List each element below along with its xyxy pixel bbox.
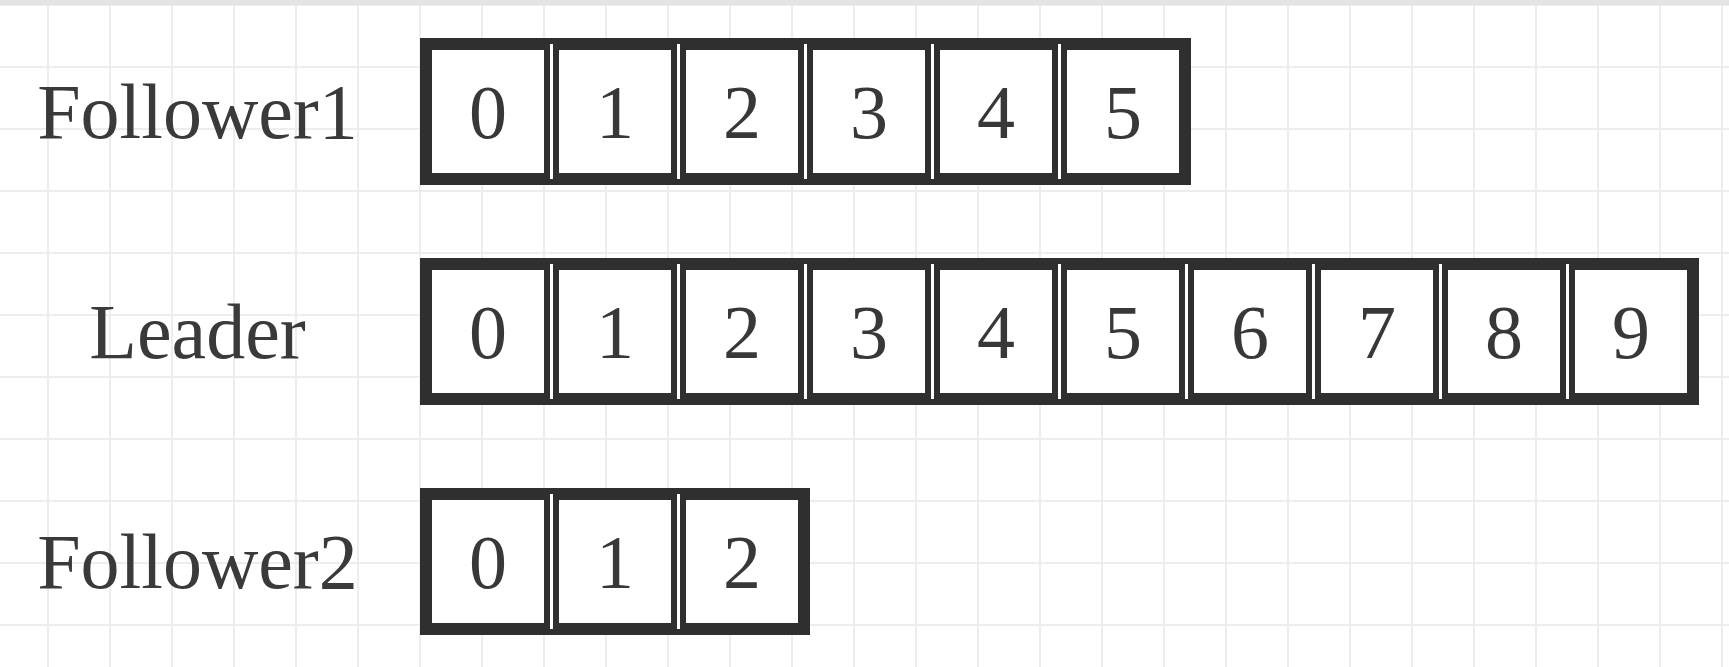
- array-cell: 2: [680, 264, 804, 399]
- diagram-canvas: Follower1012345Leader0123456789Follower2…: [0, 0, 1729, 667]
- array-cell: 8: [1442, 264, 1566, 399]
- row-label-follower1: Follower1: [0, 38, 395, 185]
- top-edge-band: [0, 0, 1729, 5]
- array-cell: 7: [1315, 264, 1439, 399]
- array-cell: 5: [1061, 264, 1185, 399]
- array-cell: 2: [680, 494, 804, 629]
- diagram-row-follower1: Follower1012345: [0, 38, 1191, 185]
- array-box-leader: 0123456789: [420, 258, 1699, 405]
- array-cell: 4: [934, 264, 1058, 399]
- array-box-follower1: 012345: [420, 38, 1191, 185]
- diagram-row-leader: Leader0123456789: [0, 258, 1699, 405]
- array-cell: 1: [553, 44, 677, 179]
- array-cell: 6: [1188, 264, 1312, 399]
- row-label-leader: Leader: [0, 258, 395, 405]
- array-cell: 1: [553, 264, 677, 399]
- array-cell: 0: [426, 44, 550, 179]
- array-cell: 0: [426, 494, 550, 629]
- array-cell: 3: [807, 264, 931, 399]
- array-cell: 5: [1061, 44, 1185, 179]
- array-cell: 3: [807, 44, 931, 179]
- array-box-follower2: 012: [420, 488, 810, 635]
- diagram-row-follower2: Follower2012: [0, 488, 810, 635]
- row-label-follower2: Follower2: [0, 488, 395, 635]
- array-cell: 4: [934, 44, 1058, 179]
- array-cell: 0: [426, 264, 550, 399]
- array-cell: 9: [1569, 264, 1693, 399]
- array-cell: 2: [680, 44, 804, 179]
- array-cell: 1: [553, 494, 677, 629]
